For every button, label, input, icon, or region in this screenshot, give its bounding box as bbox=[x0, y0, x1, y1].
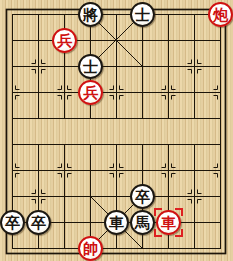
piece-red-chariot[interactable]: 車 bbox=[156, 210, 181, 235]
piece-glyph: 兵 bbox=[83, 86, 98, 101]
piece-glyph: 卒 bbox=[31, 216, 46, 231]
piece-glyph: 士 bbox=[135, 8, 150, 23]
last-move-bracket bbox=[154, 229, 162, 237]
piece-black-chariot[interactable]: 車 bbox=[104, 210, 129, 235]
piece-glyph: 士 bbox=[83, 60, 98, 75]
piece-black-horse[interactable]: 馬 bbox=[130, 210, 155, 235]
piece-red-general[interactable]: 帥 bbox=[78, 236, 103, 261]
pieces-layer: 將士炮兵士兵卒卒卒車馬車帥 bbox=[0, 0, 233, 261]
piece-glyph: 車 bbox=[161, 216, 176, 231]
piece-black-general[interactable]: 將 bbox=[78, 2, 103, 27]
piece-black-advisor[interactable]: 士 bbox=[78, 54, 103, 79]
piece-glyph: 帥 bbox=[83, 242, 98, 257]
piece-black-advisor[interactable]: 士 bbox=[130, 2, 155, 27]
piece-glyph: 馬 bbox=[135, 216, 150, 231]
last-move-bracket bbox=[175, 229, 183, 237]
piece-red-soldier[interactable]: 兵 bbox=[52, 28, 77, 53]
piece-red-cannon[interactable]: 炮 bbox=[208, 2, 233, 27]
last-move-bracket bbox=[154, 208, 162, 216]
piece-black-soldier[interactable]: 卒 bbox=[0, 210, 25, 235]
xiangqi-board[interactable]: 將士炮兵士兵卒卒卒車馬車帥 bbox=[0, 0, 233, 261]
piece-black-soldier[interactable]: 卒 bbox=[26, 210, 51, 235]
piece-glyph: 將 bbox=[83, 8, 98, 23]
piece-glyph: 炮 bbox=[213, 8, 228, 23]
piece-glyph: 卒 bbox=[5, 216, 20, 231]
piece-black-soldier[interactable]: 卒 bbox=[130, 184, 155, 209]
last-move-bracket bbox=[175, 208, 183, 216]
piece-glyph: 兵 bbox=[57, 34, 72, 49]
piece-glyph: 卒 bbox=[135, 190, 150, 205]
piece-red-soldier[interactable]: 兵 bbox=[78, 80, 103, 105]
piece-glyph: 車 bbox=[109, 216, 124, 231]
